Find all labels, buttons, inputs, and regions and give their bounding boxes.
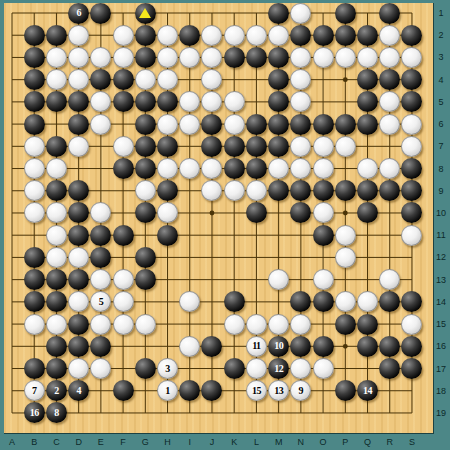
black-stone-M6[interactable] [268, 114, 289, 135]
move-number-label: 11 [252, 341, 260, 351]
black-stone-R16[interactable] [379, 336, 400, 357]
black-stone-B3[interactable] [24, 47, 45, 68]
move-number-label: 13 [274, 386, 283, 396]
white-stone-E6[interactable] [90, 114, 111, 135]
white-stone-P3[interactable] [335, 47, 356, 68]
move-number-label: 6 [76, 8, 81, 18]
black-stone-D1[interactable]: 6 [68, 3, 89, 24]
white-stone-D7[interactable] [68, 136, 89, 157]
row-label-19: 19 [436, 408, 446, 418]
black-stone-E11[interactable] [90, 225, 111, 246]
white-stone-K5[interactable] [224, 91, 245, 112]
white-stone-B18[interactable]: 7 [24, 380, 45, 401]
white-stone-C3[interactable] [46, 47, 67, 68]
white-stone-R6[interactable] [379, 114, 400, 135]
white-stone-F2[interactable] [113, 25, 134, 46]
column-label-F: F [120, 437, 126, 447]
move-number-label: 10 [274, 341, 283, 351]
row-label-6: 6 [438, 119, 443, 129]
row-label-9: 9 [438, 186, 443, 196]
row-label-5: 5 [438, 97, 443, 107]
black-stone-B5[interactable] [24, 91, 45, 112]
white-stone-S11[interactable] [401, 225, 422, 246]
white-stone-K6[interactable] [224, 114, 245, 135]
white-stone-H17[interactable]: 3 [157, 358, 178, 379]
black-stone-G3[interactable] [135, 47, 156, 68]
black-stone-G2[interactable] [135, 25, 156, 46]
white-stone-C15[interactable] [46, 314, 67, 335]
black-stone-K3[interactable] [224, 47, 245, 68]
black-stone-N6[interactable] [290, 114, 311, 135]
white-stone-O10[interactable] [313, 202, 334, 223]
white-stone-C11[interactable] [46, 225, 67, 246]
black-stone-F11[interactable] [113, 225, 134, 246]
white-stone-I6[interactable] [179, 114, 200, 135]
white-stone-O13[interactable] [313, 269, 334, 290]
column-label-S: S [409, 437, 415, 447]
black-stone-D6[interactable] [68, 114, 89, 135]
black-stone-H7[interactable] [157, 136, 178, 157]
black-stone-H11[interactable] [157, 225, 178, 246]
black-stone-K7[interactable] [224, 136, 245, 157]
move-number-label: 16 [30, 408, 39, 418]
row-label-16: 16 [436, 341, 446, 351]
black-stone-B14[interactable] [24, 291, 45, 312]
row-label-8: 8 [438, 164, 443, 174]
white-stone-K2[interactable] [224, 25, 245, 46]
black-stone-G12[interactable] [135, 247, 156, 268]
white-stone-N1[interactable] [290, 3, 311, 24]
black-stone-L8[interactable] [246, 158, 267, 179]
move-number-label: 3 [165, 364, 170, 374]
row-label-14: 14 [436, 297, 446, 307]
black-stone-G7[interactable] [135, 136, 156, 157]
white-stone-L16[interactable]: 11 [246, 336, 267, 357]
white-stone-C12[interactable] [46, 247, 67, 268]
black-stone-P18[interactable] [335, 380, 356, 401]
black-stone-C7[interactable] [46, 136, 67, 157]
black-stone-O14[interactable] [313, 291, 334, 312]
black-stone-F8[interactable] [113, 158, 134, 179]
white-stone-M2[interactable] [268, 25, 289, 46]
white-stone-D2[interactable] [68, 25, 89, 46]
white-stone-L17[interactable] [246, 358, 267, 379]
column-label-Q: Q [364, 437, 371, 447]
black-stone-M17[interactable]: 12 [268, 358, 289, 379]
white-stone-S15[interactable] [401, 314, 422, 335]
black-stone-C17[interactable] [46, 358, 67, 379]
black-stone-C2[interactable] [46, 25, 67, 46]
white-stone-O3[interactable] [313, 47, 334, 68]
white-stone-H2[interactable] [157, 25, 178, 46]
column-label-I: I [188, 437, 191, 447]
black-stone-G13[interactable] [135, 269, 156, 290]
white-stone-G15[interactable] [135, 314, 156, 335]
white-stone-C4[interactable] [46, 69, 67, 90]
white-stone-P7[interactable] [335, 136, 356, 157]
black-stone-K8[interactable] [224, 158, 245, 179]
black-stone-B12[interactable] [24, 247, 45, 268]
black-stone-D16[interactable] [68, 336, 89, 357]
white-stone-S6[interactable] [401, 114, 422, 135]
white-stone-Q8[interactable] [357, 158, 378, 179]
column-label-O: O [320, 437, 327, 447]
column-label-H: H [164, 437, 171, 447]
black-stone-K14[interactable] [224, 291, 245, 312]
black-stone-L6[interactable] [246, 114, 267, 135]
black-stone-B4[interactable] [24, 69, 45, 90]
star-point [210, 211, 215, 216]
black-stone-B17[interactable] [24, 358, 45, 379]
white-stone-B15[interactable] [24, 314, 45, 335]
move-number-label: 4 [76, 386, 81, 396]
white-stone-F3[interactable] [113, 47, 134, 68]
black-stone-R1[interactable] [379, 3, 400, 24]
black-stone-Q6[interactable] [357, 114, 378, 135]
column-label-L: L [254, 437, 259, 447]
row-label-13: 13 [436, 275, 446, 285]
row-label-7: 7 [438, 141, 443, 151]
column-label-G: G [142, 437, 149, 447]
star-point [343, 211, 348, 216]
triangle-marker-icon [139, 8, 151, 18]
white-stone-O8[interactable] [313, 158, 334, 179]
black-stone-O2[interactable] [313, 25, 334, 46]
column-label-D: D [75, 437, 82, 447]
black-stone-J6[interactable] [201, 114, 222, 135]
column-label-J: J [210, 437, 215, 447]
black-stone-Q16[interactable] [357, 336, 378, 357]
column-label-B: B [31, 437, 37, 447]
white-stone-O7[interactable] [313, 136, 334, 157]
row-label-3: 3 [438, 52, 443, 62]
white-stone-I16[interactable] [179, 336, 200, 357]
board-grid [0, 0, 450, 450]
white-stone-M15[interactable] [268, 314, 289, 335]
row-label-4: 4 [438, 75, 443, 85]
move-number-label: 12 [274, 364, 283, 374]
black-stone-B2[interactable] [24, 25, 45, 46]
white-stone-G4[interactable] [135, 69, 156, 90]
black-stone-D11[interactable] [68, 225, 89, 246]
white-stone-K9[interactable] [224, 180, 245, 201]
white-stone-N15[interactable] [290, 314, 311, 335]
column-label-K: K [231, 437, 237, 447]
white-stone-L2[interactable] [246, 25, 267, 46]
white-stone-Q3[interactable] [357, 47, 378, 68]
white-stone-H8[interactable] [157, 158, 178, 179]
column-label-M: M [275, 437, 283, 447]
black-stone-G6[interactable] [135, 114, 156, 135]
black-stone-P15[interactable] [335, 314, 356, 335]
row-label-17: 17 [436, 364, 446, 374]
black-stone-O16[interactable] [313, 336, 334, 357]
black-stone-N2[interactable] [290, 25, 311, 46]
black-stone-C16[interactable] [46, 336, 67, 357]
row-label-11: 11 [436, 230, 445, 240]
black-stone-F5[interactable] [113, 91, 134, 112]
column-label-E: E [98, 437, 104, 447]
move-number-label: 2 [54, 386, 59, 396]
white-stone-D3[interactable] [68, 47, 89, 68]
column-label-N: N [298, 437, 305, 447]
white-stone-L18[interactable]: 15 [246, 380, 267, 401]
black-stone-G1[interactable] [135, 3, 156, 24]
move-number-label: 8 [54, 408, 59, 418]
white-stone-P12[interactable] [335, 247, 356, 268]
black-stone-G8[interactable] [135, 158, 156, 179]
black-stone-M16[interactable]: 10 [268, 336, 289, 357]
column-label-A: A [9, 437, 15, 447]
white-stone-L9[interactable] [246, 180, 267, 201]
black-stone-F18[interactable] [113, 380, 134, 401]
black-stone-O9[interactable] [313, 180, 334, 201]
column-label-P: P [342, 437, 348, 447]
black-stone-P6[interactable] [335, 114, 356, 135]
white-stone-G9[interactable] [135, 180, 156, 201]
white-stone-B7[interactable] [24, 136, 45, 157]
white-stone-H3[interactable] [157, 47, 178, 68]
black-stone-D15[interactable] [68, 314, 89, 335]
white-stone-L15[interactable] [246, 314, 267, 335]
move-number-label: 15 [252, 386, 261, 396]
black-stone-O11[interactable] [313, 225, 334, 246]
white-stone-P11[interactable] [335, 225, 356, 246]
black-stone-C13[interactable] [46, 269, 67, 290]
black-stone-O6[interactable] [313, 114, 334, 135]
move-number-label: 7 [32, 386, 37, 396]
column-label-C: C [53, 437, 60, 447]
white-stone-F13[interactable] [113, 269, 134, 290]
white-stone-K15[interactable] [224, 314, 245, 335]
row-label-18: 18 [436, 386, 446, 396]
star-point [343, 344, 348, 349]
move-number-label: 9 [299, 386, 304, 396]
black-stone-M3[interactable] [268, 47, 289, 68]
black-stone-F4[interactable] [113, 69, 134, 90]
move-number-label: 1 [165, 386, 170, 396]
black-stone-L3[interactable] [246, 47, 267, 68]
black-stone-Q15[interactable] [357, 314, 378, 335]
black-stone-B6[interactable] [24, 114, 45, 135]
go-board-viewer-window: 65111031272411513914168 ABCDEFGHIJKLMNOP… [0, 0, 450, 450]
white-stone-D12[interactable] [68, 247, 89, 268]
white-stone-B9[interactable] [24, 180, 45, 201]
white-stone-F15[interactable] [113, 314, 134, 335]
black-stone-P2[interactable] [335, 25, 356, 46]
white-stone-B8[interactable] [24, 158, 45, 179]
row-label-12: 12 [436, 252, 446, 262]
black-stone-M7[interactable] [268, 136, 289, 157]
row-label-1: 1 [438, 8, 443, 18]
move-number-label: 14 [363, 386, 372, 396]
white-stone-H6[interactable] [157, 114, 178, 135]
black-stone-G17[interactable] [135, 358, 156, 379]
row-label-10: 10 [436, 208, 446, 218]
black-stone-P9[interactable] [335, 180, 356, 201]
white-stone-F7[interactable] [113, 136, 134, 157]
black-stone-P1[interactable] [335, 3, 356, 24]
black-stone-K17[interactable] [224, 358, 245, 379]
row-label-2: 2 [438, 30, 443, 40]
white-stone-F14[interactable] [113, 291, 134, 312]
black-stone-E1[interactable] [90, 3, 111, 24]
row-label-15: 15 [436, 319, 446, 329]
black-stone-L7[interactable] [246, 136, 267, 157]
star-point [343, 77, 348, 82]
black-stone-M1[interactable] [268, 3, 289, 24]
black-stone-Q2[interactable] [357, 25, 378, 46]
white-stone-R2[interactable] [379, 25, 400, 46]
white-stone-O17[interactable] [313, 358, 334, 379]
white-stone-M8[interactable] [268, 158, 289, 179]
white-stone-C8[interactable] [46, 158, 67, 179]
column-label-R: R [386, 437, 393, 447]
black-stone-B13[interactable] [24, 269, 45, 290]
move-number-label: 5 [99, 297, 104, 307]
black-stone-I2[interactable] [179, 25, 200, 46]
white-stone-E15[interactable] [90, 314, 111, 335]
